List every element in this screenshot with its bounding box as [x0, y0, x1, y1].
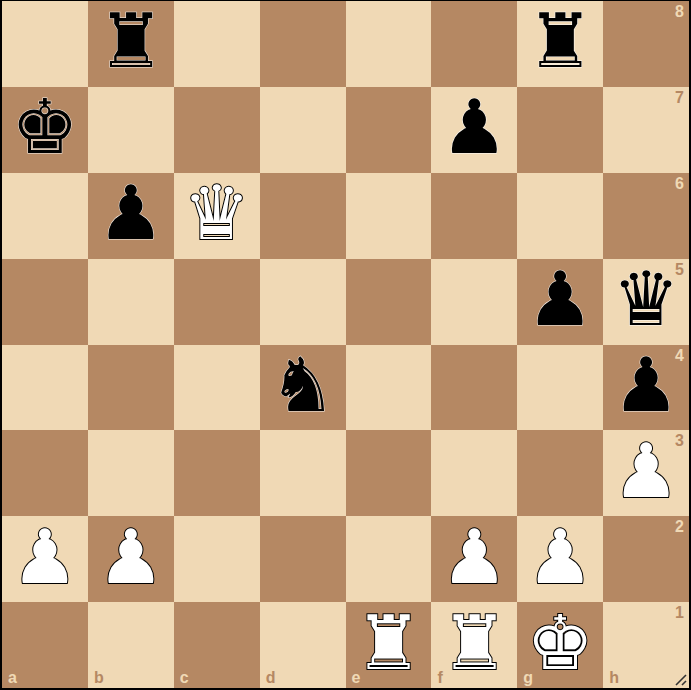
square-c2[interactable] [174, 516, 260, 602]
square-e8[interactable] [346, 1, 432, 87]
rank-label-8: 8 [675, 4, 684, 20]
rank-label-2: 2 [675, 519, 684, 535]
square-c4[interactable] [174, 345, 260, 431]
square-a6[interactable] [2, 173, 88, 259]
square-h3[interactable]: ♟3 [603, 430, 689, 516]
square-d4[interactable]: ♞ [260, 345, 346, 431]
chess-board: ♜♜8♚♟7♟♛6♟♛5♞♟4♟3♟♟♟♟2abcd♜e♜f♚g1h [0, 0, 691, 690]
file-label-b: b [94, 670, 104, 686]
black-pawn[interactable]: ♟ [441, 90, 508, 165]
square-c6[interactable]: ♛ [174, 173, 260, 259]
square-a2[interactable]: ♟ [2, 516, 88, 602]
square-e2[interactable] [346, 516, 432, 602]
square-a4[interactable] [2, 345, 88, 431]
square-d6[interactable] [260, 173, 346, 259]
square-h2[interactable]: 2 [603, 516, 689, 602]
square-b2[interactable]: ♟ [88, 516, 174, 602]
square-c7[interactable] [174, 87, 260, 173]
white-pawn[interactable]: ♟ [11, 520, 78, 595]
square-g8[interactable]: ♜ [517, 1, 603, 87]
resize-handle-icon[interactable] [673, 672, 687, 686]
square-c8[interactable] [174, 1, 260, 87]
white-queen[interactable]: ♛ [183, 176, 250, 251]
black-knight[interactable]: ♞ [269, 348, 336, 423]
black-pawn[interactable]: ♟ [527, 262, 594, 337]
file-label-c: c [180, 670, 189, 686]
square-d8[interactable] [260, 1, 346, 87]
square-d3[interactable] [260, 430, 346, 516]
rank-label-1: 1 [675, 605, 684, 621]
square-f4[interactable] [431, 345, 517, 431]
square-g2[interactable]: ♟ [517, 516, 603, 602]
white-pawn[interactable]: ♟ [527, 520, 594, 595]
square-d5[interactable] [260, 259, 346, 345]
square-b1[interactable]: b [88, 602, 174, 688]
square-b4[interactable] [88, 345, 174, 431]
file-label-e: e [352, 670, 361, 686]
rank-label-7: 7 [675, 90, 684, 106]
black-pawn[interactable]: ♟ [612, 348, 679, 423]
square-a8[interactable] [2, 1, 88, 87]
square-e7[interactable] [346, 87, 432, 173]
square-a3[interactable] [2, 430, 88, 516]
square-e5[interactable] [346, 259, 432, 345]
file-label-f: f [437, 670, 442, 686]
square-e1[interactable]: ♜e [346, 602, 432, 688]
square-d7[interactable] [260, 87, 346, 173]
square-g3[interactable] [517, 430, 603, 516]
rank-label-6: 6 [675, 176, 684, 192]
file-label-d: d [266, 670, 276, 686]
rank-label-4: 4 [675, 348, 684, 364]
square-h4[interactable]: ♟4 [603, 345, 689, 431]
black-rook[interactable]: ♜ [97, 4, 164, 79]
black-rook[interactable]: ♜ [527, 4, 594, 79]
square-h5[interactable]: ♛5 [603, 259, 689, 345]
black-pawn[interactable]: ♟ [97, 176, 164, 251]
white-pawn[interactable]: ♟ [97, 520, 164, 595]
square-h6[interactable]: 6 [603, 173, 689, 259]
square-d1[interactable]: d [260, 602, 346, 688]
square-e6[interactable] [346, 173, 432, 259]
file-label-h: h [609, 670, 619, 686]
white-king[interactable]: ♚ [527, 606, 594, 681]
square-c3[interactable] [174, 430, 260, 516]
square-b5[interactable] [88, 259, 174, 345]
rank-label-5: 5 [675, 262, 684, 278]
square-e3[interactable] [346, 430, 432, 516]
square-h7[interactable]: 7 [603, 87, 689, 173]
square-e4[interactable] [346, 345, 432, 431]
square-a7[interactable]: ♚ [2, 87, 88, 173]
white-pawn[interactable]: ♟ [441, 520, 508, 595]
white-pawn[interactable]: ♟ [612, 434, 679, 509]
square-g1[interactable]: ♚g [517, 602, 603, 688]
square-f2[interactable]: ♟ [431, 516, 517, 602]
square-b6[interactable]: ♟ [88, 173, 174, 259]
file-label-a: a [8, 670, 17, 686]
white-rook[interactable]: ♜ [441, 606, 508, 681]
square-f1[interactable]: ♜f [431, 602, 517, 688]
file-label-g: g [523, 670, 533, 686]
square-f8[interactable] [431, 1, 517, 87]
square-b7[interactable] [88, 87, 174, 173]
square-g7[interactable] [517, 87, 603, 173]
square-f7[interactable]: ♟ [431, 87, 517, 173]
square-a1[interactable]: a [2, 602, 88, 688]
square-g6[interactable] [517, 173, 603, 259]
square-f5[interactable] [431, 259, 517, 345]
square-g5[interactable]: ♟ [517, 259, 603, 345]
square-c1[interactable]: c [174, 602, 260, 688]
square-d2[interactable] [260, 516, 346, 602]
square-a5[interactable] [2, 259, 88, 345]
black-queen[interactable]: ♛ [612, 262, 679, 337]
square-c5[interactable] [174, 259, 260, 345]
square-g4[interactable] [517, 345, 603, 431]
square-h1[interactable]: 1h [603, 602, 689, 688]
square-h8[interactable]: 8 [603, 1, 689, 87]
square-f6[interactable] [431, 173, 517, 259]
rank-label-3: 3 [675, 433, 684, 449]
white-rook[interactable]: ♜ [355, 606, 422, 681]
square-b3[interactable] [88, 430, 174, 516]
square-b8[interactable]: ♜ [88, 1, 174, 87]
square-f3[interactable] [431, 430, 517, 516]
black-king[interactable]: ♚ [11, 90, 78, 165]
